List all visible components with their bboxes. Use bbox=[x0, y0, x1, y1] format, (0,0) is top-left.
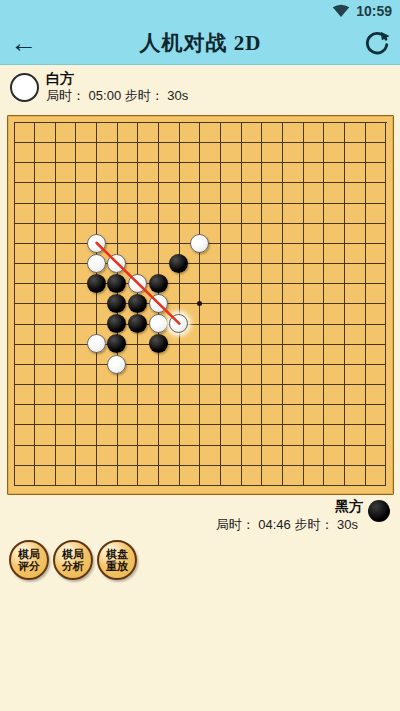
black-stone bbox=[149, 274, 168, 293]
white-stone bbox=[128, 274, 147, 293]
black-stone bbox=[87, 274, 106, 293]
black-stone-icon bbox=[368, 500, 390, 522]
back-button[interactable]: ← bbox=[10, 30, 37, 57]
app-bar: ← 人机对战 2D bbox=[0, 22, 400, 65]
page-title: 人机对战 2D bbox=[37, 29, 364, 57]
white-stone bbox=[149, 294, 168, 313]
status-time: 10:59 bbox=[356, 3, 392, 19]
white-stone-last-move bbox=[169, 314, 188, 333]
white-stone-icon bbox=[10, 73, 39, 102]
refresh-icon[interactable] bbox=[364, 30, 390, 56]
white-player-panel: 白方 局时： 05:00 步时： 30s bbox=[0, 65, 400, 113]
black-stone bbox=[149, 334, 168, 353]
black-stone bbox=[107, 274, 126, 293]
white-stone bbox=[149, 314, 168, 333]
black-stone bbox=[128, 294, 147, 313]
white-stone bbox=[87, 334, 106, 353]
white-stone bbox=[87, 234, 106, 253]
score-game-button[interactable]: 棋局 评分 bbox=[9, 540, 49, 580]
white-stone bbox=[190, 234, 209, 253]
status-bar: 10:59 bbox=[0, 0, 400, 22]
bottom-button-row: 棋局 评分 棋局 分析 棋盘 重放 bbox=[9, 540, 400, 580]
white-stone bbox=[107, 254, 126, 273]
star-point bbox=[197, 301, 202, 306]
black-stone bbox=[107, 334, 126, 353]
black-stone bbox=[107, 314, 126, 333]
black-player-times: 局时： 04:46 步时： 30s bbox=[0, 516, 392, 533]
black-player-name: 黑方 bbox=[335, 498, 363, 515]
black-stone bbox=[107, 294, 126, 313]
black-player-panel: 黑方 局时： 04:46 步时： 30s bbox=[0, 495, 400, 533]
wifi-icon bbox=[332, 4, 350, 18]
white-stone bbox=[87, 254, 106, 273]
white-stone bbox=[107, 355, 126, 374]
replay-board-button[interactable]: 棋盘 重放 bbox=[97, 540, 137, 580]
analyze-game-button[interactable]: 棋局 分析 bbox=[53, 540, 93, 580]
white-player-times: 局时： 05:00 步时： 30s bbox=[46, 87, 188, 104]
gomoku-board[interactable] bbox=[7, 115, 394, 495]
white-player-name: 白方 bbox=[46, 70, 188, 87]
board-stones-layer bbox=[14, 122, 387, 486]
black-stone bbox=[128, 314, 147, 333]
black-stone bbox=[169, 254, 188, 273]
